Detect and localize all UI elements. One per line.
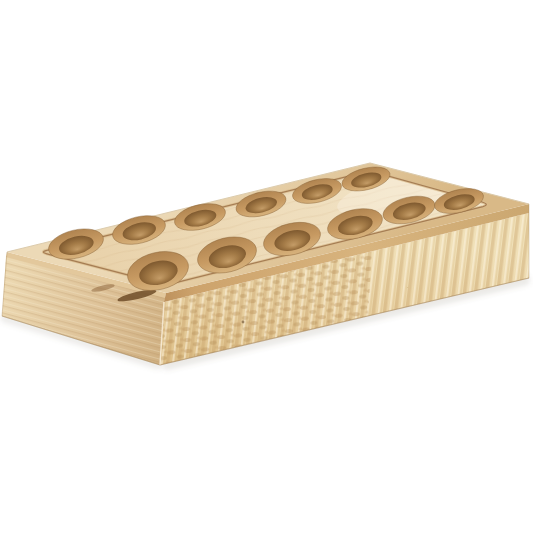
mancala-board-scene <box>0 0 533 533</box>
mancala-board <box>0 0 533 533</box>
wood-knot-speck <box>242 321 245 324</box>
